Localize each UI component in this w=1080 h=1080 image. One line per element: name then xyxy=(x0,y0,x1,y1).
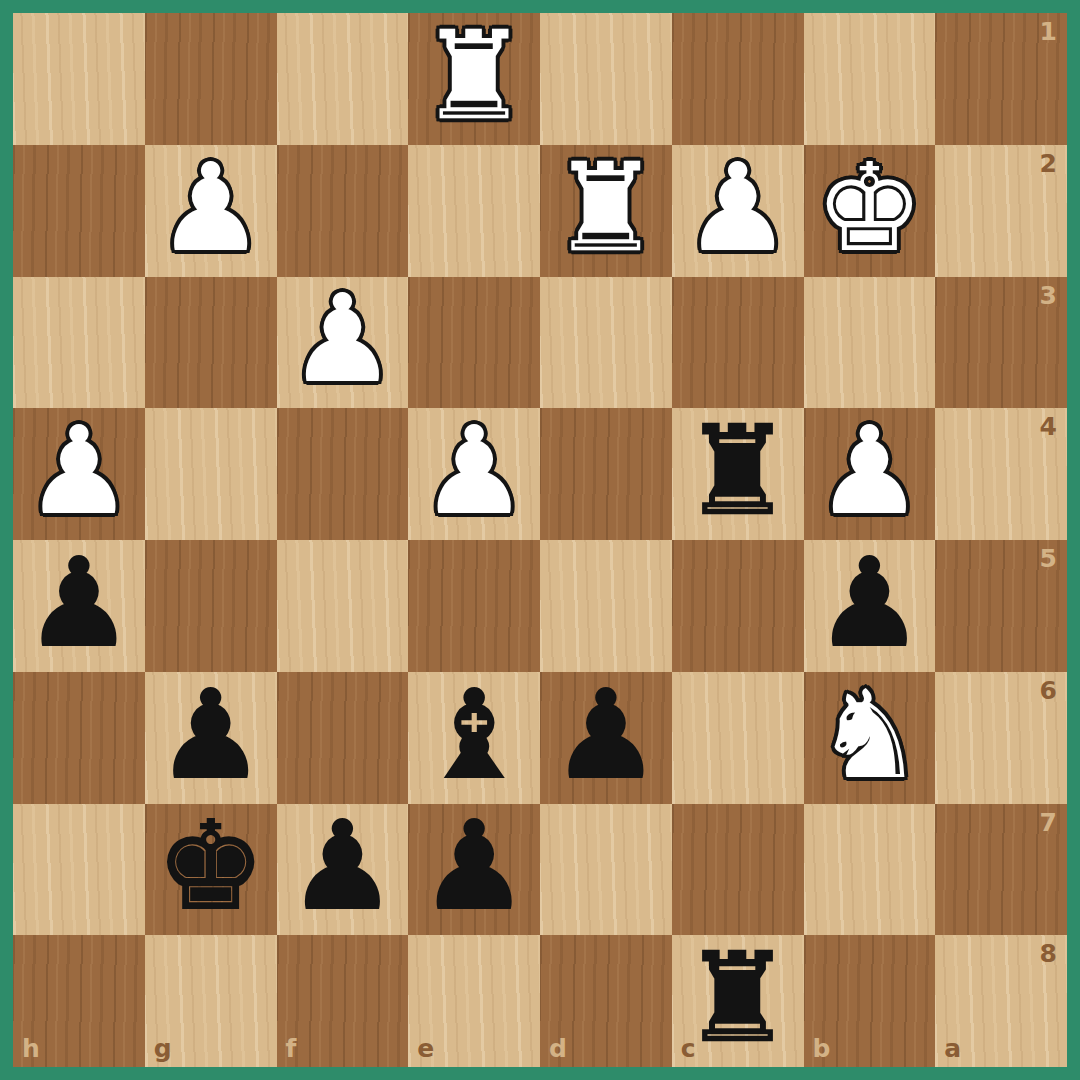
file-label-e: e xyxy=(417,1036,434,1061)
square-h7[interactable] xyxy=(13,804,145,936)
white-pawn-h4[interactable]: ♟ xyxy=(24,410,133,532)
square-c1[interactable] xyxy=(672,13,804,145)
square-f1[interactable] xyxy=(277,13,409,145)
rank-label-7: 7 xyxy=(1040,810,1057,835)
square-e6[interactable]: ♝ xyxy=(408,672,540,804)
white-pawn-f3[interactable]: ♟ xyxy=(288,278,397,400)
file-label-d: d xyxy=(549,1036,567,1061)
white-rook-d2[interactable]: ♜ xyxy=(551,147,660,269)
black-pawn-e7[interactable]: ♟ xyxy=(419,805,528,927)
file-label-b: b xyxy=(813,1036,831,1061)
black-rook-c4[interactable]: ♜ xyxy=(683,410,792,532)
file-label-h: h xyxy=(22,1036,40,1061)
square-b2[interactable]: ♚ xyxy=(804,145,936,277)
black-pawn-h5[interactable]: ♟ xyxy=(24,542,133,664)
square-c6[interactable] xyxy=(672,672,804,804)
square-h5[interactable]: ♟ xyxy=(13,540,145,672)
square-a1[interactable]: 1 xyxy=(935,13,1067,145)
square-g2[interactable]: ♟ xyxy=(145,145,277,277)
square-c8[interactable]: ♜c xyxy=(672,935,804,1067)
file-label-c: c xyxy=(681,1036,696,1061)
white-rook-e1[interactable]: ♜ xyxy=(419,15,528,137)
square-a2[interactable]: 2 xyxy=(935,145,1067,277)
square-c4[interactable]: ♜ xyxy=(672,408,804,540)
square-d7[interactable] xyxy=(540,804,672,936)
square-d4[interactable] xyxy=(540,408,672,540)
square-f8[interactable]: f xyxy=(277,935,409,1067)
rank-label-1: 1 xyxy=(1040,19,1057,44)
white-knight-b6[interactable]: ♞ xyxy=(815,674,924,796)
square-b6[interactable]: ♞ xyxy=(804,672,936,804)
white-pawn-b4[interactable]: ♟ xyxy=(815,410,924,532)
black-pawn-f7[interactable]: ♟ xyxy=(288,805,397,927)
square-b3[interactable] xyxy=(804,277,936,409)
square-c5[interactable] xyxy=(672,540,804,672)
rank-label-2: 2 xyxy=(1040,151,1057,176)
square-d6[interactable]: ♟ xyxy=(540,672,672,804)
square-a6[interactable]: 6 xyxy=(935,672,1067,804)
square-h4[interactable]: ♟ xyxy=(13,408,145,540)
square-b7[interactable] xyxy=(804,804,936,936)
square-g1[interactable] xyxy=(145,13,277,145)
square-h3[interactable] xyxy=(13,277,145,409)
square-h1[interactable] xyxy=(13,13,145,145)
white-pawn-c2[interactable]: ♟ xyxy=(683,147,792,269)
rank-label-4: 4 xyxy=(1040,414,1057,439)
square-a5[interactable]: 5 xyxy=(935,540,1067,672)
black-pawn-d6[interactable]: ♟ xyxy=(551,674,660,796)
square-f5[interactable] xyxy=(277,540,409,672)
rank-label-3: 3 xyxy=(1040,283,1057,308)
square-f2[interactable] xyxy=(277,145,409,277)
chess-board: ♜1♟♜♟♚2♟3♟♟♜♟4♟♟5♟♝♟♞6♚♟♟7hgfed♜cba8 xyxy=(13,13,1067,1067)
square-b4[interactable]: ♟ xyxy=(804,408,936,540)
square-g4[interactable] xyxy=(145,408,277,540)
square-c7[interactable] xyxy=(672,804,804,936)
file-label-a: a xyxy=(944,1036,961,1061)
black-rook-c8[interactable]: ♜ xyxy=(683,937,792,1059)
file-label-f: f xyxy=(286,1036,297,1061)
square-b8[interactable]: b xyxy=(804,935,936,1067)
square-a3[interactable]: 3 xyxy=(935,277,1067,409)
square-f4[interactable] xyxy=(277,408,409,540)
file-label-g: g xyxy=(154,1036,172,1061)
rank-label-8: 8 xyxy=(1040,941,1057,966)
square-d2[interactable]: ♜ xyxy=(540,145,672,277)
square-a7[interactable]: 7 xyxy=(935,804,1067,936)
square-a4[interactable]: 4 xyxy=(935,408,1067,540)
square-e7[interactable]: ♟ xyxy=(408,804,540,936)
square-e3[interactable] xyxy=(408,277,540,409)
square-c2[interactable]: ♟ xyxy=(672,145,804,277)
square-g6[interactable]: ♟ xyxy=(145,672,277,804)
square-f6[interactable] xyxy=(277,672,409,804)
square-e2[interactable] xyxy=(408,145,540,277)
white-pawn-g2[interactable]: ♟ xyxy=(156,147,265,269)
square-f7[interactable]: ♟ xyxy=(277,804,409,936)
square-b1[interactable] xyxy=(804,13,936,145)
square-h6[interactable] xyxy=(13,672,145,804)
white-king-b2[interactable]: ♚ xyxy=(815,147,924,269)
square-h8[interactable]: h xyxy=(13,935,145,1067)
square-d8[interactable]: d xyxy=(540,935,672,1067)
square-f3[interactable]: ♟ xyxy=(277,277,409,409)
square-b5[interactable]: ♟ xyxy=(804,540,936,672)
square-g7[interactable]: ♚ xyxy=(145,804,277,936)
square-g5[interactable] xyxy=(145,540,277,672)
square-e1[interactable]: ♜ xyxy=(408,13,540,145)
white-pawn-e4[interactable]: ♟ xyxy=(419,410,528,532)
black-pawn-b5[interactable]: ♟ xyxy=(815,542,924,664)
square-g8[interactable]: g xyxy=(145,935,277,1067)
square-e8[interactable]: e xyxy=(408,935,540,1067)
black-bishop-e6[interactable]: ♝ xyxy=(419,674,528,796)
board-frame: ♜1♟♜♟♚2♟3♟♟♜♟4♟♟5♟♝♟♞6♚♟♟7hgfed♜cba8 xyxy=(0,0,1080,1080)
square-c3[interactable] xyxy=(672,277,804,409)
rank-label-6: 6 xyxy=(1040,678,1057,703)
square-g3[interactable] xyxy=(145,277,277,409)
square-d3[interactable] xyxy=(540,277,672,409)
rank-label-5: 5 xyxy=(1040,546,1057,571)
black-pawn-g6[interactable]: ♟ xyxy=(156,674,265,796)
square-h2[interactable] xyxy=(13,145,145,277)
square-d1[interactable] xyxy=(540,13,672,145)
black-king-g7[interactable]: ♚ xyxy=(156,805,265,927)
square-e4[interactable]: ♟ xyxy=(408,408,540,540)
square-a8[interactable]: a8 xyxy=(935,935,1067,1067)
square-e5[interactable] xyxy=(408,540,540,672)
square-d5[interactable] xyxy=(540,540,672,672)
